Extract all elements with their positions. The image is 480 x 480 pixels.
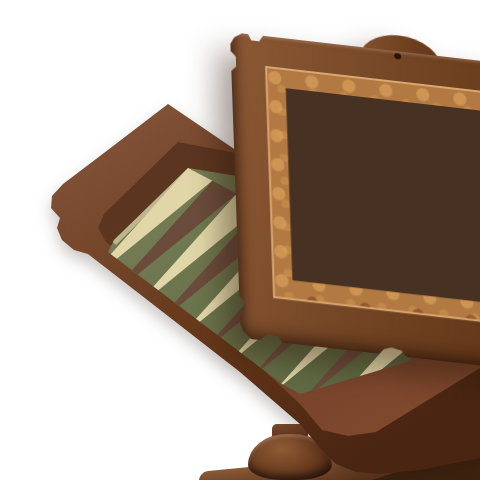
chess-board-lid	[230, 32, 480, 382]
chess-grid	[288, 90, 480, 309]
product-photo-stage	[0, 0, 480, 480]
chess-frame	[230, 32, 480, 382]
finger-hole-icon	[394, 53, 401, 60]
